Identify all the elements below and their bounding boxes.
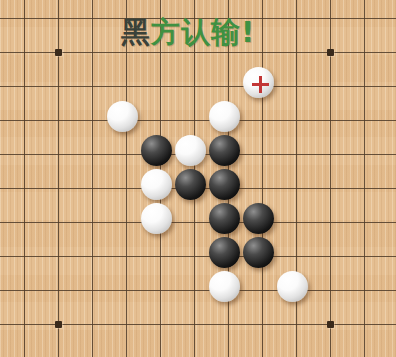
white-stone: [209, 101, 240, 132]
grid-vline: [364, 0, 365, 357]
white-stone: [107, 101, 138, 132]
grid-vline: [296, 0, 297, 357]
star-point: [327, 321, 334, 328]
last-move-crosshair-icon: [252, 76, 269, 93]
grid-vline: [262, 0, 263, 357]
white-stone: [209, 271, 240, 302]
white-stone: [175, 135, 206, 166]
white-stone: [277, 271, 308, 302]
resign-banner: 黑方认输!: [121, 17, 255, 49]
black-stone: [243, 203, 274, 234]
resign-banner-text: 方认输!: [151, 15, 255, 49]
grid-vline: [24, 0, 25, 357]
gomoku-board[interactable]: 黑方认输!: [0, 0, 396, 357]
grid-hline: [0, 290, 396, 291]
black-stone: [209, 237, 240, 268]
black-stone: [209, 135, 240, 166]
star-point: [55, 321, 62, 328]
grid-hline: [0, 222, 396, 223]
grid-vline: [92, 0, 93, 357]
star-point: [55, 49, 62, 56]
grid-vline: [126, 0, 127, 357]
grid-hline: [0, 120, 396, 121]
black-stone: [209, 169, 240, 200]
black-stone: [141, 135, 172, 166]
resign-banner-side: 黑: [121, 15, 151, 49]
grid-hline: [0, 256, 396, 257]
white-stone: [141, 169, 172, 200]
star-point: [327, 49, 334, 56]
white-stone: [141, 203, 172, 234]
black-stone: [175, 169, 206, 200]
black-stone: [209, 203, 240, 234]
grid-hline: [0, 86, 396, 87]
black-stone: [243, 237, 274, 268]
